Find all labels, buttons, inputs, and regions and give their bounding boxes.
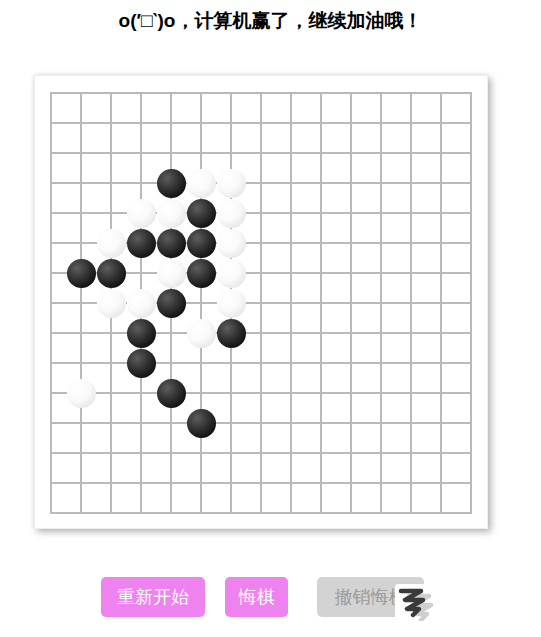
stone-black [157,289,186,318]
stone-black [157,229,186,258]
stone-white [127,289,156,318]
gomoku-board [34,75,488,529]
watermark-logo-icon [398,586,428,618]
stone-white [157,259,186,288]
stone-black [187,199,216,228]
status-message: o(′□‵)o，计算机赢了，继续加油哦！ [0,8,541,34]
stone-black [97,259,126,288]
stone-black [127,349,156,378]
controls-bar: 重新开始 悔棋 撤销悔棋 [101,577,424,617]
stone-black [187,229,216,258]
stone-white [187,169,216,198]
stone-black [217,319,246,348]
undo-button[interactable]: 悔棋 [225,577,288,617]
stone-black [157,169,186,198]
stone-white [187,319,216,348]
stone-black [127,319,156,348]
stone-white [127,199,156,228]
stone-black [127,229,156,258]
stone-black [157,379,186,408]
stone-white [157,199,186,228]
stone-white [217,289,246,318]
stone-white [217,199,246,228]
stone-white [97,289,126,318]
watermark-overlay [395,584,448,621]
restart-button[interactable]: 重新开始 [101,577,205,617]
stone-black [187,409,216,438]
stone-white [217,169,246,198]
stone-white [217,259,246,288]
stone-black [187,259,216,288]
stone-black [67,259,96,288]
stone-white [67,379,96,408]
stone-white [217,229,246,258]
stone-white [97,229,126,258]
